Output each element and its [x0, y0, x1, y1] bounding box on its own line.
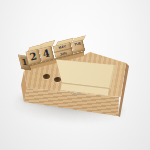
- product-photo: 1 2 4 MAY JUN TUE: [0, 0, 150, 150]
- weekday-bar: TUE: [70, 39, 84, 53]
- cube-digit-four: 4: [42, 48, 51, 59]
- notepad-top-sheet: [0, 0, 150, 150]
- logo-squiggle-icon: [70, 91, 82, 96]
- month-label-may: MAY: [57, 45, 65, 50]
- cube-digit-two: 2: [29, 51, 38, 62]
- month-bars: MAY JUN: [52, 42, 72, 58]
- pad-logo-print: [70, 81, 82, 86]
- month-label-jun: JUN: [59, 52, 67, 57]
- weekday-label-tue: TUE: [73, 41, 81, 46]
